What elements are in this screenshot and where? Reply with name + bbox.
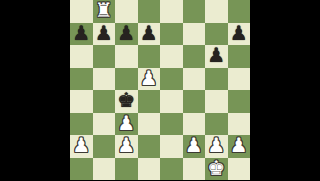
square-c2[interactable]: ♟ (115, 135, 138, 158)
square-a5[interactable] (70, 68, 93, 91)
square-b4[interactable] (93, 90, 116, 113)
square-e8[interactable] (160, 0, 183, 23)
square-d1[interactable] (138, 158, 161, 181)
square-a7[interactable]: ♟ (70, 23, 93, 46)
square-f3[interactable] (183, 113, 206, 136)
square-e2[interactable] (160, 135, 183, 158)
piece-white-rook[interactable]: ♜ (95, 0, 113, 20)
chess-board: ♜♟♟♟♟♟♟♟♚♟♟♟♟♟♟♚ (70, 0, 250, 180)
square-f8[interactable] (183, 0, 206, 23)
piece-white-pawn[interactable]: ♟ (207, 135, 225, 155)
square-h4[interactable] (228, 90, 251, 113)
square-e3[interactable] (160, 113, 183, 136)
square-f7[interactable] (183, 23, 206, 46)
video-frame: ♜♟♟♟♟♟♟♟♚♟♟♟♟♟♟♚ (0, 0, 320, 180)
square-d6[interactable] (138, 45, 161, 68)
piece-white-pawn[interactable]: ♟ (72, 135, 90, 155)
piece-black-pawn[interactable]: ♟ (95, 23, 113, 43)
square-f2[interactable]: ♟ (183, 135, 206, 158)
square-b3[interactable] (93, 113, 116, 136)
square-e4[interactable] (160, 90, 183, 113)
square-c5[interactable] (115, 68, 138, 91)
square-f6[interactable] (183, 45, 206, 68)
square-c7[interactable]: ♟ (115, 23, 138, 46)
square-d7[interactable]: ♟ (138, 23, 161, 46)
square-h3[interactable] (228, 113, 251, 136)
piece-black-pawn[interactable]: ♟ (140, 23, 158, 43)
square-b6[interactable] (93, 45, 116, 68)
letterbox-left (0, 0, 70, 180)
square-b8[interactable]: ♜ (93, 0, 116, 23)
square-a1[interactable] (70, 158, 93, 181)
square-h2[interactable]: ♟ (228, 135, 251, 158)
square-a4[interactable] (70, 90, 93, 113)
square-h1[interactable] (228, 158, 251, 181)
square-f4[interactable] (183, 90, 206, 113)
square-d4[interactable] (138, 90, 161, 113)
piece-white-pawn[interactable]: ♟ (117, 135, 135, 155)
square-e6[interactable] (160, 45, 183, 68)
square-d2[interactable] (138, 135, 161, 158)
square-d8[interactable] (138, 0, 161, 23)
square-d3[interactable] (138, 113, 161, 136)
square-b7[interactable]: ♟ (93, 23, 116, 46)
piece-white-pawn[interactable]: ♟ (185, 135, 203, 155)
piece-black-pawn[interactable]: ♟ (207, 45, 225, 65)
square-f1[interactable] (183, 158, 206, 181)
square-g3[interactable] (205, 113, 228, 136)
square-h5[interactable] (228, 68, 251, 91)
piece-black-pawn[interactable]: ♟ (117, 23, 135, 43)
square-c1[interactable] (115, 158, 138, 181)
piece-white-pawn[interactable]: ♟ (117, 113, 135, 133)
square-e1[interactable] (160, 158, 183, 181)
piece-black-king[interactable]: ♚ (117, 90, 135, 110)
square-b5[interactable] (93, 68, 116, 91)
square-g4[interactable] (205, 90, 228, 113)
piece-white-pawn[interactable]: ♟ (230, 135, 248, 155)
square-a3[interactable] (70, 113, 93, 136)
square-e7[interactable] (160, 23, 183, 46)
square-g7[interactable] (205, 23, 228, 46)
square-h6[interactable] (228, 45, 251, 68)
square-d5[interactable]: ♟ (138, 68, 161, 91)
square-a6[interactable] (70, 45, 93, 68)
square-c8[interactable] (115, 0, 138, 23)
square-a8[interactable] (70, 0, 93, 23)
square-c6[interactable] (115, 45, 138, 68)
square-g2[interactable]: ♟ (205, 135, 228, 158)
square-c4[interactable]: ♚ (115, 90, 138, 113)
piece-black-pawn[interactable]: ♟ (72, 23, 90, 43)
letterbox-right (250, 0, 320, 180)
piece-white-king[interactable]: ♚ (207, 158, 225, 178)
square-f5[interactable] (183, 68, 206, 91)
square-g6[interactable]: ♟ (205, 45, 228, 68)
square-a2[interactable]: ♟ (70, 135, 93, 158)
square-g8[interactable] (205, 0, 228, 23)
square-h8[interactable] (228, 0, 251, 23)
square-c3[interactable]: ♟ (115, 113, 138, 136)
square-e5[interactable] (160, 68, 183, 91)
piece-black-pawn[interactable]: ♟ (230, 23, 248, 43)
square-g1[interactable]: ♚ (205, 158, 228, 181)
square-h7[interactable]: ♟ (228, 23, 251, 46)
square-g5[interactable] (205, 68, 228, 91)
square-b2[interactable] (93, 135, 116, 158)
square-b1[interactable] (93, 158, 116, 181)
piece-white-pawn[interactable]: ♟ (140, 68, 158, 88)
